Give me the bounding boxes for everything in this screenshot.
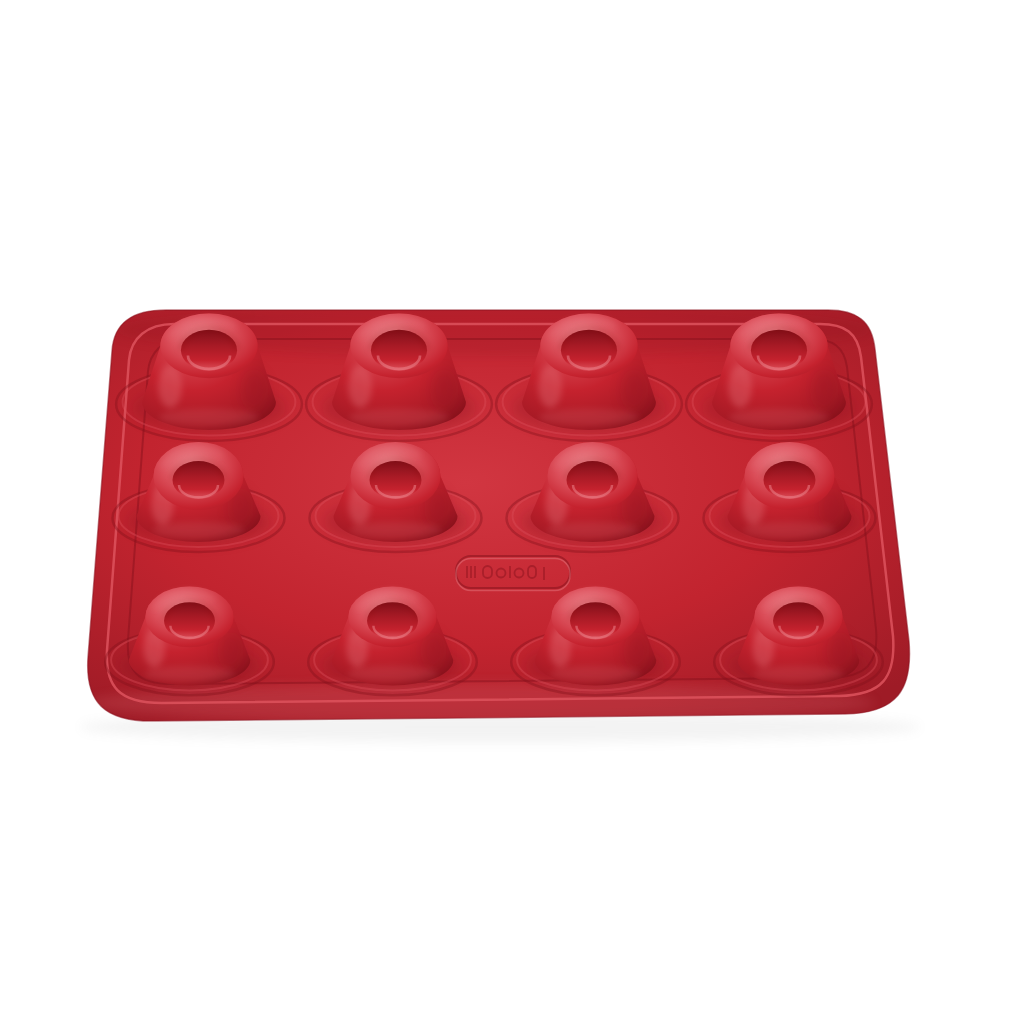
cup-base-sheen — [539, 408, 638, 425]
cup-flank-shade — [240, 369, 268, 412]
cup-flank-shade — [827, 632, 852, 671]
muffin-pan-photo — [0, 0, 1024, 1024]
cup-base-sheen — [550, 666, 640, 682]
cup-flank-shade — [620, 369, 648, 412]
cup-base-sheen — [347, 666, 437, 682]
cup-flank-highlight — [158, 365, 182, 408]
cup-flank-highlight — [348, 365, 372, 408]
cup-flank-shade — [421, 632, 446, 671]
cup-flank-shade — [624, 632, 649, 671]
product-photo — [0, 0, 1024, 1024]
cup-flank-shade — [810, 369, 838, 412]
cup-base-sheen — [729, 408, 828, 425]
cup-flank-shade — [430, 369, 458, 412]
cup-flank-shade — [218, 632, 243, 671]
cup-base-sheen — [350, 522, 442, 538]
cup-base-sheen — [547, 522, 639, 538]
cup-flank-highlight — [728, 365, 752, 408]
cup-base-sheen — [349, 408, 448, 425]
cup-base-sheen — [144, 666, 234, 682]
cup-base-sheen — [153, 522, 245, 538]
cup-base-sheen — [753, 666, 843, 682]
cup-base-sheen — [159, 408, 258, 425]
cup-flank-highlight — [538, 365, 562, 408]
cup-base-sheen — [744, 522, 836, 538]
